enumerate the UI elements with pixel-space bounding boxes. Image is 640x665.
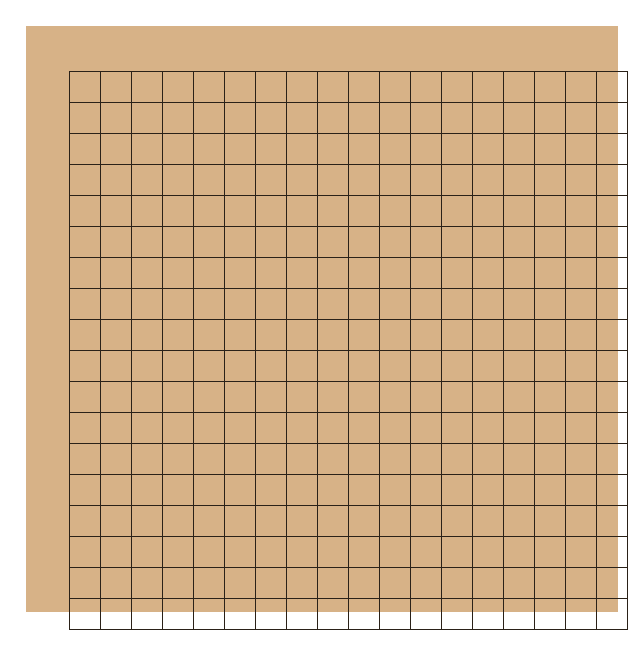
column-labels-top: [28, 6, 617, 24]
go-diagram-page: [0, 0, 640, 665]
board-grid[interactable]: [28, 30, 617, 619]
move-caption: [28, 629, 640, 661]
